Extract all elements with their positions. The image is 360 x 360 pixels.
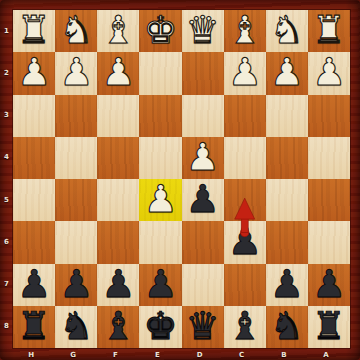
rank-label-2: 2 bbox=[0, 69, 13, 78]
black-knight[interactable]: ♞ bbox=[59, 305, 93, 347]
white-pawn[interactable]: ♟ bbox=[270, 51, 304, 93]
white-king[interactable]: ♚ bbox=[143, 9, 177, 51]
square-f5[interactable] bbox=[97, 179, 139, 221]
file-label-A: A bbox=[316, 351, 336, 360]
black-bishop[interactable]: ♝ bbox=[228, 305, 262, 347]
black-knight[interactable]: ♞ bbox=[270, 305, 304, 347]
board: ♜♞♝♚♛♝♞♜♟♟♟♟♟♟♟♟♟♟♟♟♟♟♟♟♜♞♝♚♛♝♞♜ bbox=[13, 10, 350, 348]
square-e2[interactable] bbox=[139, 52, 181, 94]
square-f2[interactable]: ♟ bbox=[97, 52, 139, 94]
square-b8[interactable]: ♞ bbox=[266, 306, 308, 348]
rank-label-7: 7 bbox=[0, 280, 13, 289]
square-e3[interactable] bbox=[139, 95, 181, 137]
square-c6[interactable]: ♟ bbox=[224, 221, 266, 263]
square-d4[interactable]: ♟ bbox=[182, 137, 224, 179]
square-b3[interactable] bbox=[266, 95, 308, 137]
rank-label-6: 6 bbox=[0, 238, 13, 247]
white-rook[interactable]: ♜ bbox=[312, 9, 346, 51]
black-pawn[interactable]: ♟ bbox=[312, 263, 346, 305]
square-f1[interactable]: ♝ bbox=[97, 10, 139, 52]
rank-label-1: 1 bbox=[0, 27, 13, 36]
file-label-B: B bbox=[274, 351, 294, 360]
square-a8[interactable]: ♜ bbox=[308, 306, 350, 348]
white-pawn[interactable]: ♟ bbox=[59, 51, 93, 93]
white-bishop[interactable]: ♝ bbox=[101, 9, 135, 51]
file-label-E: E bbox=[147, 351, 167, 360]
square-a5[interactable] bbox=[308, 179, 350, 221]
square-a7[interactable]: ♟ bbox=[308, 264, 350, 306]
square-e1[interactable]: ♚ bbox=[139, 10, 181, 52]
white-pawn[interactable]: ♟ bbox=[101, 51, 135, 93]
square-b1[interactable]: ♞ bbox=[266, 10, 308, 52]
square-h5[interactable] bbox=[13, 179, 55, 221]
white-pawn[interactable]: ♟ bbox=[228, 51, 262, 93]
square-g7[interactable]: ♟ bbox=[55, 264, 97, 306]
white-pawn[interactable]: ♟ bbox=[186, 136, 220, 178]
black-pawn[interactable]: ♟ bbox=[101, 263, 135, 305]
square-f8[interactable]: ♝ bbox=[97, 306, 139, 348]
square-h3[interactable] bbox=[13, 95, 55, 137]
square-h2[interactable]: ♟ bbox=[13, 52, 55, 94]
black-pawn[interactable]: ♟ bbox=[143, 263, 177, 305]
square-b7[interactable]: ♟ bbox=[266, 264, 308, 306]
square-d7[interactable] bbox=[182, 264, 224, 306]
rank-label-5: 5 bbox=[0, 196, 13, 205]
black-king[interactable]: ♚ bbox=[143, 305, 177, 347]
square-h7[interactable]: ♟ bbox=[13, 264, 55, 306]
square-d8[interactable]: ♛ bbox=[182, 306, 224, 348]
file-label-D: D bbox=[190, 351, 210, 360]
black-rook[interactable]: ♜ bbox=[312, 305, 346, 347]
square-g1[interactable]: ♞ bbox=[55, 10, 97, 52]
square-c1[interactable]: ♝ bbox=[224, 10, 266, 52]
black-pawn[interactable]: ♟ bbox=[186, 178, 220, 220]
square-c3[interactable] bbox=[224, 95, 266, 137]
square-e4[interactable] bbox=[139, 137, 181, 179]
square-e7[interactable]: ♟ bbox=[139, 264, 181, 306]
square-e6[interactable] bbox=[139, 221, 181, 263]
square-g8[interactable]: ♞ bbox=[55, 306, 97, 348]
square-a4[interactable] bbox=[308, 137, 350, 179]
square-a3[interactable] bbox=[308, 95, 350, 137]
square-h8[interactable]: ♜ bbox=[13, 306, 55, 348]
white-knight[interactable]: ♞ bbox=[270, 9, 304, 51]
file-label-C: C bbox=[232, 351, 252, 360]
rank-label-8: 8 bbox=[0, 322, 13, 331]
square-a6[interactable] bbox=[308, 221, 350, 263]
black-pawn[interactable]: ♟ bbox=[270, 263, 304, 305]
square-c2[interactable]: ♟ bbox=[224, 52, 266, 94]
square-h4[interactable] bbox=[13, 137, 55, 179]
square-h6[interactable] bbox=[13, 221, 55, 263]
white-pawn[interactable]: ♟ bbox=[312, 51, 346, 93]
white-queen[interactable]: ♛ bbox=[186, 9, 220, 51]
square-f7[interactable]: ♟ bbox=[97, 264, 139, 306]
rank-label-3: 3 bbox=[0, 111, 13, 120]
square-d2[interactable] bbox=[182, 52, 224, 94]
square-c4[interactable] bbox=[224, 137, 266, 179]
white-pawn[interactable]: ♟ bbox=[17, 51, 51, 93]
square-g6[interactable] bbox=[55, 221, 97, 263]
square-c7[interactable] bbox=[224, 264, 266, 306]
square-b4[interactable] bbox=[266, 137, 308, 179]
white-pawn[interactable]: ♟ bbox=[143, 178, 177, 220]
square-g2[interactable]: ♟ bbox=[55, 52, 97, 94]
square-b6[interactable] bbox=[266, 221, 308, 263]
square-f4[interactable] bbox=[97, 137, 139, 179]
black-pawn[interactable]: ♟ bbox=[17, 263, 51, 305]
square-h1[interactable]: ♜ bbox=[13, 10, 55, 52]
rank-label-4: 4 bbox=[0, 153, 13, 162]
file-label-G: G bbox=[63, 351, 83, 360]
white-knight[interactable]: ♞ bbox=[59, 9, 93, 51]
square-g5[interactable] bbox=[55, 179, 97, 221]
square-g3[interactable] bbox=[55, 95, 97, 137]
white-bishop[interactable]: ♝ bbox=[228, 9, 262, 51]
black-rook[interactable]: ♜ bbox=[17, 305, 51, 347]
square-d3[interactable] bbox=[182, 95, 224, 137]
square-f3[interactable] bbox=[97, 95, 139, 137]
square-g4[interactable] bbox=[55, 137, 97, 179]
square-c5[interactable] bbox=[224, 179, 266, 221]
square-b2[interactable]: ♟ bbox=[266, 52, 308, 94]
square-e5[interactable]: ♟ bbox=[139, 179, 181, 221]
chess-app-window: ♜♞♝♚♛♝♞♜♟♟♟♟♟♟♟♟♟♟♟♟♟♟♟♟♜♞♝♚♛♝♞♜ 1234567… bbox=[0, 0, 360, 360]
square-c8[interactable]: ♝ bbox=[224, 306, 266, 348]
square-d5[interactable]: ♟ bbox=[182, 179, 224, 221]
black-pawn[interactable]: ♟ bbox=[59, 263, 93, 305]
file-label-F: F bbox=[105, 351, 125, 360]
square-a1[interactable]: ♜ bbox=[308, 10, 350, 52]
square-b5[interactable] bbox=[266, 179, 308, 221]
white-rook[interactable]: ♜ bbox=[17, 9, 51, 51]
black-pawn[interactable]: ♟ bbox=[228, 220, 262, 262]
square-d1[interactable]: ♛ bbox=[182, 10, 224, 52]
black-queen[interactable]: ♛ bbox=[186, 305, 220, 347]
square-a2[interactable]: ♟ bbox=[308, 52, 350, 94]
square-f6[interactable] bbox=[97, 221, 139, 263]
square-d6[interactable] bbox=[182, 221, 224, 263]
square-e8[interactable]: ♚ bbox=[139, 306, 181, 348]
black-bishop[interactable]: ♝ bbox=[101, 305, 135, 347]
file-label-H: H bbox=[21, 351, 41, 360]
